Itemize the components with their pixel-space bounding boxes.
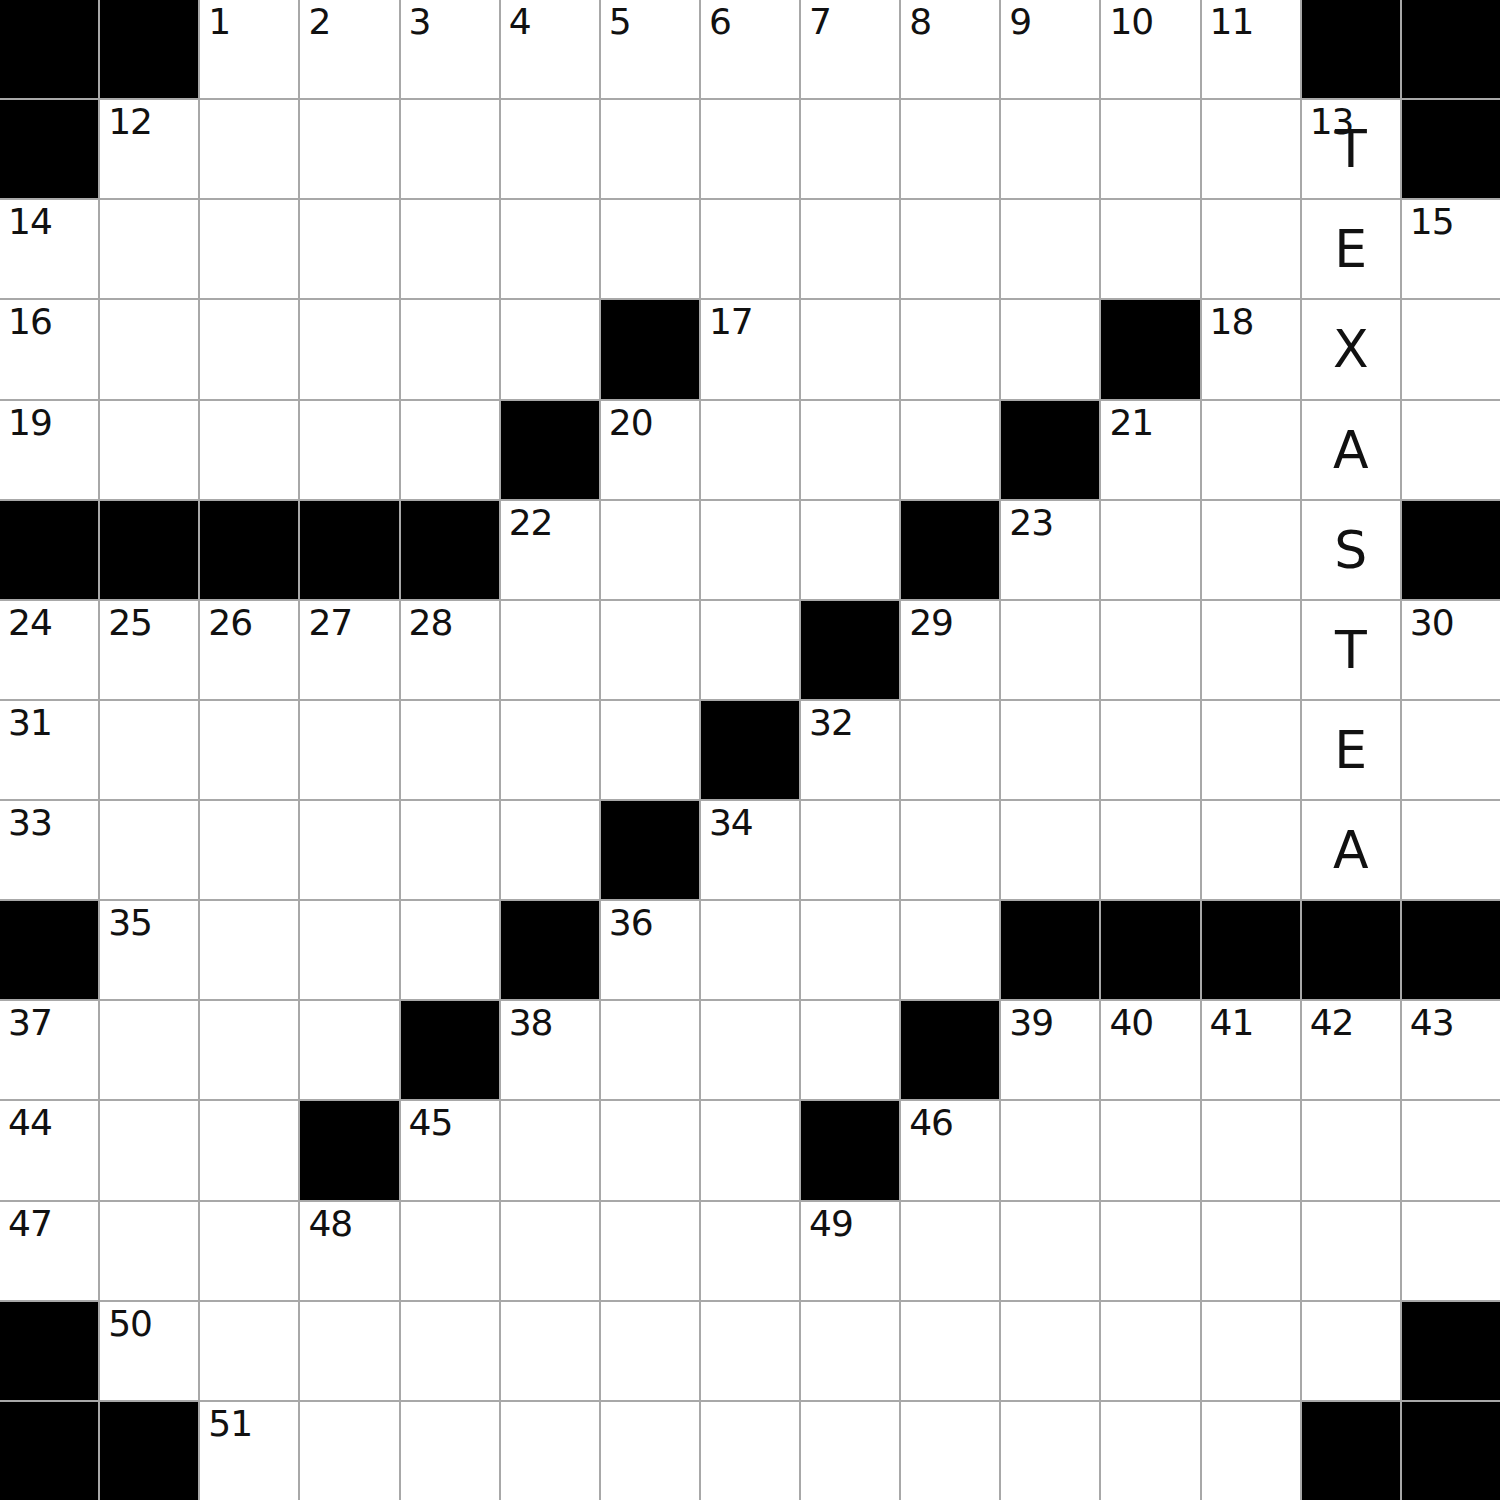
block-cell <box>501 901 599 999</box>
clue-number: 49 <box>809 1205 853 1243</box>
grid-cell[interactable]: 14 <box>0 200 98 298</box>
grid-cell[interactable]: 50 <box>100 1302 198 1400</box>
grid-cell[interactable] <box>300 200 398 298</box>
clue-number: 21 <box>1109 404 1153 442</box>
grid-cell[interactable]: 43 <box>1402 1001 1500 1099</box>
block-cell <box>0 0 98 98</box>
grid-cell[interactable] <box>1202 801 1300 899</box>
grid-cell[interactable] <box>200 801 298 899</box>
grid-cell[interactable] <box>901 701 999 799</box>
grid-cell[interactable]: 16 <box>0 300 98 398</box>
grid-cell[interactable] <box>501 601 599 699</box>
grid-cell[interactable] <box>1001 601 1099 699</box>
grid-cell[interactable] <box>300 100 398 198</box>
grid-cell[interactable] <box>601 1302 699 1400</box>
grid-cell[interactable] <box>1001 300 1099 398</box>
grid-cell[interactable] <box>701 601 799 699</box>
grid-cell[interactable] <box>901 1402 999 1500</box>
clue-number: 15 <box>1410 203 1454 241</box>
clue-number: 27 <box>308 604 352 642</box>
fill-letter: A <box>1302 401 1400 499</box>
clue-number: 8 <box>909 3 931 41</box>
grid-cell[interactable]: E <box>1302 701 1400 799</box>
grid-cell[interactable]: 24 <box>0 601 98 699</box>
grid-cell[interactable]: 46 <box>901 1101 999 1199</box>
grid-cell[interactable]: E <box>1302 200 1400 298</box>
block-cell <box>1302 901 1400 999</box>
clue-number: 24 <box>8 604 52 642</box>
block-cell <box>1001 901 1099 999</box>
grid-cell[interactable]: 25 <box>100 601 198 699</box>
grid-cell[interactable]: 49 <box>801 1202 899 1300</box>
grid-cell[interactable] <box>801 1402 899 1500</box>
grid-cell[interactable]: 5 <box>601 0 699 98</box>
grid-cell[interactable] <box>701 401 799 499</box>
grid-cell[interactable]: 38 <box>501 1001 599 1099</box>
grid-cell[interactable] <box>701 1302 799 1400</box>
grid-cell[interactable] <box>601 100 699 198</box>
grid-cell[interactable]: 48 <box>300 1202 398 1300</box>
grid-cell[interactable] <box>701 1101 799 1199</box>
clue-number: 48 <box>308 1205 352 1243</box>
clue-number: 25 <box>108 604 152 642</box>
grid-cell[interactable] <box>801 1001 899 1099</box>
grid-cell[interactable] <box>801 501 899 599</box>
clue-number: 2 <box>308 3 330 41</box>
grid-cell[interactable]: X <box>1302 300 1400 398</box>
grid-cell[interactable] <box>1101 501 1199 599</box>
grid-cell[interactable] <box>100 1001 198 1099</box>
grid-cell[interactable] <box>100 1202 198 1300</box>
grid-cell[interactable] <box>1001 100 1099 198</box>
clue-number: 39 <box>1009 1004 1053 1042</box>
fill-letter: X <box>1302 300 1400 398</box>
grid-cell[interactable] <box>300 1001 398 1099</box>
block-cell <box>901 1001 999 1099</box>
grid-cell[interactable] <box>1101 1302 1199 1400</box>
fill-letter: E <box>1302 701 1400 799</box>
block-cell <box>300 1101 398 1199</box>
grid-cell[interactable]: 17 <box>701 300 799 398</box>
grid-cell[interactable] <box>901 100 999 198</box>
block-cell <box>1101 901 1199 999</box>
clue-number: 51 <box>208 1405 252 1443</box>
grid-cell[interactable] <box>1001 1101 1099 1199</box>
grid-cell[interactable] <box>1202 601 1300 699</box>
grid-cell[interactable] <box>1202 1402 1300 1500</box>
clue-number: 23 <box>1009 504 1053 542</box>
grid-cell[interactable]: 18 <box>1202 300 1300 398</box>
grid-cell[interactable] <box>801 200 899 298</box>
block-cell <box>601 300 699 398</box>
block-cell <box>0 1402 98 1500</box>
grid-cell[interactable] <box>200 200 298 298</box>
grid-cell[interactable] <box>100 701 198 799</box>
grid-cell[interactable]: 21 <box>1101 401 1199 499</box>
clue-number: 1 <box>208 3 230 41</box>
grid-cell[interactable]: 8 <box>901 0 999 98</box>
grid-cell[interactable] <box>601 200 699 298</box>
grid-cell[interactable]: 1 <box>200 0 298 98</box>
clue-number: 33 <box>8 804 52 842</box>
grid-cell[interactable] <box>701 901 799 999</box>
grid-cell[interactable] <box>1202 401 1300 499</box>
grid-cell[interactable] <box>1402 1101 1500 1199</box>
clue-number: 5 <box>609 3 631 41</box>
block-cell <box>0 501 98 599</box>
grid-cell[interactable] <box>100 401 198 499</box>
grid-cell[interactable] <box>1001 200 1099 298</box>
grid-cell[interactable] <box>901 901 999 999</box>
grid-cell[interactable]: 2 <box>300 0 398 98</box>
clue-number: 18 <box>1210 303 1254 341</box>
clue-number: 29 <box>909 604 953 642</box>
grid-cell[interactable]: 39 <box>1001 1001 1099 1099</box>
grid-cell[interactable] <box>1101 100 1199 198</box>
grid-cell[interactable]: 47 <box>0 1202 98 1300</box>
grid-cell[interactable] <box>501 100 599 198</box>
grid-cell[interactable] <box>1302 1101 1400 1199</box>
grid-cell[interactable]: 34 <box>701 801 799 899</box>
grid-cell[interactable] <box>401 801 499 899</box>
block-cell <box>0 100 98 198</box>
grid-cell[interactable] <box>1101 1402 1199 1500</box>
grid-cell[interactable] <box>601 701 699 799</box>
grid-cell[interactable]: 19 <box>0 401 98 499</box>
grid-cell[interactable] <box>200 1101 298 1199</box>
grid-cell[interactable]: 20 <box>601 401 699 499</box>
grid-cell[interactable] <box>1101 1202 1199 1300</box>
grid-cell[interactable] <box>1001 1302 1099 1400</box>
block-cell <box>1402 1302 1500 1400</box>
grid-cell[interactable] <box>300 901 398 999</box>
block-cell <box>1402 100 1500 198</box>
grid-cell[interactable] <box>801 300 899 398</box>
grid-cell[interactable] <box>901 1302 999 1400</box>
grid-cell[interactable]: 51 <box>200 1402 298 1500</box>
grid-cell[interactable]: 15 <box>1402 200 1500 298</box>
grid-cell[interactable]: 29 <box>901 601 999 699</box>
block-cell <box>1101 300 1199 398</box>
block-cell <box>100 1402 198 1500</box>
grid-cell[interactable]: 4 <box>501 0 599 98</box>
clue-number: 43 <box>1410 1004 1454 1042</box>
block-cell <box>1001 401 1099 499</box>
clue-number: 45 <box>409 1104 453 1142</box>
grid-cell[interactable]: 10 <box>1101 0 1199 98</box>
fill-letter: E <box>1302 200 1400 298</box>
grid-cell[interactable]: 42 <box>1302 1001 1400 1099</box>
grid-cell[interactable] <box>501 801 599 899</box>
grid-cell[interactable] <box>1402 300 1500 398</box>
block-cell <box>100 501 198 599</box>
grid-cell[interactable] <box>200 401 298 499</box>
grid-cell[interactable] <box>601 1202 699 1300</box>
block-cell <box>501 401 599 499</box>
grid-cell[interactable] <box>801 801 899 899</box>
grid-cell[interactable]: 13T <box>1302 100 1400 198</box>
block-cell <box>701 701 799 799</box>
grid-cell[interactable] <box>1302 1302 1400 1400</box>
grid-cell[interactable]: 3 <box>401 0 499 98</box>
grid-cell[interactable] <box>901 200 999 298</box>
grid-cell[interactable] <box>801 1302 899 1400</box>
grid-cell[interactable] <box>801 901 899 999</box>
grid-cell[interactable] <box>1202 1101 1300 1199</box>
clue-number: 30 <box>1410 604 1454 642</box>
grid-cell[interactable] <box>401 1402 499 1500</box>
grid-cell[interactable] <box>300 701 398 799</box>
grid-cell[interactable] <box>100 200 198 298</box>
grid-cell[interactable]: 41 <box>1202 1001 1300 1099</box>
fill-letter: T <box>1302 100 1400 198</box>
grid-cell[interactable] <box>401 100 499 198</box>
clue-number: 44 <box>8 1104 52 1142</box>
grid-cell[interactable] <box>401 1202 499 1300</box>
block-cell <box>1302 0 1400 98</box>
grid-cell[interactable]: 9 <box>1001 0 1099 98</box>
block-cell <box>1202 901 1300 999</box>
block-cell <box>401 501 499 599</box>
grid-cell[interactable] <box>300 1402 398 1500</box>
grid-cell[interactable] <box>901 300 999 398</box>
grid-cell[interactable] <box>901 1202 999 1300</box>
block-cell <box>901 501 999 599</box>
grid-cell[interactable] <box>601 1001 699 1099</box>
grid-cell[interactable] <box>1202 501 1300 599</box>
grid-cell[interactable] <box>601 1101 699 1199</box>
clue-number: 12 <box>108 103 152 141</box>
clue-number: 47 <box>8 1205 52 1243</box>
grid-cell[interactable] <box>401 901 499 999</box>
block-cell <box>1402 501 1500 599</box>
grid-cell[interactable]: 33 <box>0 801 98 899</box>
grid-cell[interactable]: 12 <box>100 100 198 198</box>
clue-number: 32 <box>809 704 853 742</box>
clue-number: 7 <box>809 3 831 41</box>
grid-cell[interactable] <box>501 200 599 298</box>
grid-cell[interactable] <box>100 300 198 398</box>
grid-cell[interactable]: S <box>1302 501 1400 599</box>
grid-cell[interactable] <box>501 300 599 398</box>
grid-cell[interactable] <box>300 300 398 398</box>
clue-number: 41 <box>1210 1004 1254 1042</box>
clue-number: 36 <box>609 904 653 942</box>
grid-cell[interactable] <box>801 100 899 198</box>
grid-cell[interactable] <box>1402 1202 1500 1300</box>
fill-letter: A <box>1302 801 1400 899</box>
grid-cell[interactable] <box>701 200 799 298</box>
clue-number: 42 <box>1310 1004 1354 1042</box>
grid-cell[interactable]: 26 <box>200 601 298 699</box>
grid-cell[interactable]: 31 <box>0 701 98 799</box>
clue-number: 9 <box>1009 3 1031 41</box>
grid-cell[interactable] <box>1001 1202 1099 1300</box>
grid-cell[interactable] <box>200 100 298 198</box>
clue-number: 17 <box>709 303 753 341</box>
block-cell <box>801 1101 899 1199</box>
grid-cell[interactable] <box>1202 100 1300 198</box>
grid-cell[interactable]: 44 <box>0 1101 98 1199</box>
block-cell <box>401 1001 499 1099</box>
grid-cell[interactable]: 7 <box>801 0 899 98</box>
grid-cell[interactable]: 32 <box>801 701 899 799</box>
clue-number: 46 <box>909 1104 953 1142</box>
grid-cell[interactable] <box>401 401 499 499</box>
grid-cell[interactable] <box>901 401 999 499</box>
grid-cell[interactable]: A <box>1302 801 1400 899</box>
clue-number: 20 <box>609 404 653 442</box>
block-cell <box>1402 901 1500 999</box>
grid-cell[interactable] <box>200 901 298 999</box>
clue-number: 28 <box>409 604 453 642</box>
clue-number: 40 <box>1109 1004 1153 1042</box>
grid-cell[interactable] <box>1101 1101 1199 1199</box>
grid-cell[interactable] <box>1101 200 1199 298</box>
grid-cell[interactable] <box>501 1101 599 1199</box>
block-cell <box>300 501 398 599</box>
grid-cell[interactable]: 28 <box>401 601 499 699</box>
clue-number: 50 <box>108 1305 152 1343</box>
block-cell <box>200 501 298 599</box>
grid-cell[interactable]: 23 <box>1001 501 1099 599</box>
grid-cell[interactable]: 6 <box>701 0 799 98</box>
clue-number: 19 <box>8 404 52 442</box>
clue-number: 37 <box>8 1004 52 1042</box>
block-cell <box>601 801 699 899</box>
grid-cell[interactable] <box>501 701 599 799</box>
grid-cell[interactable] <box>401 200 499 298</box>
grid-cell[interactable] <box>200 1202 298 1300</box>
grid-cell[interactable] <box>601 1402 699 1500</box>
grid-cell[interactable] <box>300 401 398 499</box>
grid-cell[interactable]: 30 <box>1402 601 1500 699</box>
grid-cell[interactable] <box>701 501 799 599</box>
grid-cell[interactable]: A <box>1302 401 1400 499</box>
grid-cell[interactable] <box>401 701 499 799</box>
grid-cell[interactable] <box>1101 601 1199 699</box>
grid-cell[interactable] <box>1001 1402 1099 1500</box>
fill-letter: T <box>1302 601 1400 699</box>
grid-cell[interactable]: T <box>1302 601 1400 699</box>
grid-cell[interactable] <box>1402 801 1500 899</box>
clue-number: 11 <box>1210 3 1254 41</box>
clue-number: 38 <box>509 1004 553 1042</box>
grid-cell[interactable] <box>701 1402 799 1500</box>
grid-cell[interactable] <box>601 501 699 599</box>
grid-cell[interactable] <box>901 801 999 899</box>
grid-cell[interactable] <box>200 1001 298 1099</box>
grid-cell[interactable]: 27 <box>300 601 398 699</box>
crossword-grid: 12345678910111213T14E15161718X192021A222… <box>0 0 1500 1500</box>
grid-cell[interactable] <box>801 401 899 499</box>
clue-number: 35 <box>108 904 152 942</box>
clue-number: 3 <box>409 3 431 41</box>
grid-cell[interactable] <box>501 1202 599 1300</box>
block-cell <box>0 901 98 999</box>
fill-letter: S <box>1302 501 1400 599</box>
clue-number: 31 <box>8 704 52 742</box>
clue-number: 10 <box>1109 3 1153 41</box>
grid-cell[interactable] <box>100 1101 198 1199</box>
grid-cell[interactable] <box>1101 701 1199 799</box>
clue-number: 16 <box>8 303 52 341</box>
clue-number: 14 <box>8 203 52 241</box>
grid-cell[interactable] <box>1202 1302 1300 1400</box>
grid-cell[interactable] <box>1302 1202 1400 1300</box>
block-cell <box>1402 0 1500 98</box>
clue-number: 26 <box>208 604 252 642</box>
grid-cell[interactable]: 11 <box>1202 0 1300 98</box>
grid-cell[interactable] <box>1202 1202 1300 1300</box>
grid-cell[interactable] <box>1101 801 1199 899</box>
grid-cell[interactable] <box>200 701 298 799</box>
grid-cell[interactable] <box>1202 200 1300 298</box>
block-cell <box>1402 1402 1500 1500</box>
grid-cell[interactable]: 22 <box>501 501 599 599</box>
grid-cell[interactable]: 37 <box>0 1001 98 1099</box>
grid-cell[interactable] <box>1402 401 1500 499</box>
grid-cell[interactable] <box>501 1402 599 1500</box>
grid-cell[interactable] <box>1001 801 1099 899</box>
block-cell <box>1302 1402 1400 1500</box>
grid-cell[interactable] <box>1402 701 1500 799</box>
grid-cell[interactable] <box>1001 701 1099 799</box>
grid-cell[interactable] <box>501 1302 599 1400</box>
clue-number: 22 <box>509 504 553 542</box>
grid-cell[interactable] <box>300 801 398 899</box>
grid-cell[interactable]: 36 <box>601 901 699 999</box>
grid-cell[interactable] <box>701 1001 799 1099</box>
grid-cell[interactable] <box>601 601 699 699</box>
grid-cell[interactable] <box>200 1302 298 1400</box>
grid-cell[interactable] <box>401 300 499 398</box>
grid-cell[interactable]: 45 <box>401 1101 499 1199</box>
grid-cell[interactable] <box>401 1302 499 1400</box>
grid-cell[interactable] <box>1202 701 1300 799</box>
clue-number: 6 <box>709 3 731 41</box>
grid-cell[interactable] <box>701 100 799 198</box>
grid-cell[interactable] <box>200 300 298 398</box>
grid-cell[interactable] <box>701 1202 799 1300</box>
grid-cell[interactable] <box>300 1302 398 1400</box>
clue-number: 34 <box>709 804 753 842</box>
grid-cell[interactable]: 40 <box>1101 1001 1199 1099</box>
block-cell <box>100 0 198 98</box>
grid-cell[interactable] <box>100 801 198 899</box>
block-cell <box>0 1302 98 1400</box>
block-cell <box>801 601 899 699</box>
grid-cell[interactable]: 35 <box>100 901 198 999</box>
clue-number: 4 <box>509 3 531 41</box>
